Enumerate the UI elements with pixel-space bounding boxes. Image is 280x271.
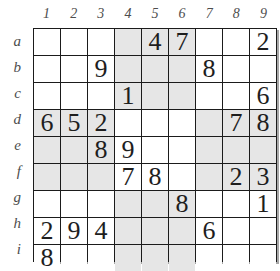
- row-label-b: b: [0, 54, 30, 80]
- cell-g3[interactable]: [88, 191, 114, 217]
- cell-e7[interactable]: [196, 137, 222, 163]
- cell-i8[interactable]: [223, 245, 249, 271]
- cell-f3[interactable]: [88, 164, 114, 190]
- cell-c7[interactable]: [196, 83, 222, 109]
- cell-e6[interactable]: [169, 137, 195, 163]
- cell-h8[interactable]: [223, 218, 249, 244]
- cell-d3[interactable]: 2: [88, 110, 114, 136]
- column-labels: 123456789: [33, 2, 277, 26]
- cell-b3[interactable]: 9: [88, 56, 114, 82]
- row-label-e: e: [0, 132, 30, 158]
- cell-h2[interactable]: 9: [61, 218, 87, 244]
- cell-d6[interactable]: [169, 110, 195, 136]
- cell-a3[interactable]: [88, 29, 114, 55]
- column-label-9: 9: [250, 2, 277, 26]
- cell-a8[interactable]: [223, 29, 249, 55]
- cell-g6[interactable]: 8: [169, 191, 195, 217]
- cell-a4[interactable]: [115, 29, 141, 55]
- cell-g4[interactable]: [115, 191, 141, 217]
- row-label-c: c: [0, 80, 30, 106]
- cell-e1[interactable]: [34, 137, 60, 163]
- column-label-1: 1: [33, 2, 60, 26]
- cell-d9[interactable]: 8: [250, 110, 276, 136]
- cell-e8[interactable]: [223, 137, 249, 163]
- cell-i3[interactable]: [88, 245, 114, 271]
- cell-c4[interactable]: 1: [115, 83, 141, 109]
- cell-d2[interactable]: 5: [61, 110, 87, 136]
- cell-f6[interactable]: [169, 164, 195, 190]
- cell-f7[interactable]: [196, 164, 222, 190]
- cell-d5[interactable]: [142, 110, 168, 136]
- cell-b9[interactable]: [250, 56, 276, 82]
- cell-e5[interactable]: [142, 137, 168, 163]
- cell-e3[interactable]: 8: [88, 137, 114, 163]
- cell-c6[interactable]: [169, 83, 195, 109]
- column-label-8: 8: [223, 2, 250, 26]
- column-label-7: 7: [196, 2, 223, 26]
- row-label-i: i: [0, 236, 30, 262]
- cell-i5[interactable]: [142, 245, 168, 271]
- cell-i7[interactable]: [196, 245, 222, 271]
- column-label-3: 3: [87, 2, 114, 26]
- cell-i4[interactable]: [115, 245, 141, 271]
- row-label-a: a: [0, 28, 30, 54]
- cell-c3[interactable]: [88, 83, 114, 109]
- cell-f9[interactable]: 3: [250, 164, 276, 190]
- column-label-5: 5: [141, 2, 168, 26]
- cell-c8[interactable]: [223, 83, 249, 109]
- cell-h7[interactable]: 6: [196, 218, 222, 244]
- cell-c1[interactable]: [34, 83, 60, 109]
- cell-a5[interactable]: 4: [142, 29, 168, 55]
- cell-h5[interactable]: [142, 218, 168, 244]
- cell-e9[interactable]: [250, 137, 276, 163]
- row-labels: abcdefghi: [0, 28, 30, 262]
- column-label-4: 4: [114, 2, 141, 26]
- sudoku-board: 4729816652788978238129468: [33, 28, 277, 262]
- cell-h4[interactable]: [115, 218, 141, 244]
- cell-b4[interactable]: [115, 56, 141, 82]
- cell-a6[interactable]: 7: [169, 29, 195, 55]
- cell-i2[interactable]: [61, 245, 87, 271]
- row-label-g: g: [0, 184, 30, 210]
- cell-b5[interactable]: [142, 56, 168, 82]
- cell-h6[interactable]: [169, 218, 195, 244]
- cell-b1[interactable]: [34, 56, 60, 82]
- cell-i6[interactable]: [169, 245, 195, 271]
- cell-h3[interactable]: 4: [88, 218, 114, 244]
- cell-d1[interactable]: 6: [34, 110, 60, 136]
- cell-f2[interactable]: [61, 164, 87, 190]
- cell-d4[interactable]: [115, 110, 141, 136]
- cell-b7[interactable]: 8: [196, 56, 222, 82]
- cell-c9[interactable]: 6: [250, 83, 276, 109]
- cell-g9[interactable]: 1: [250, 191, 276, 217]
- column-label-6: 6: [169, 2, 196, 26]
- cell-a2[interactable]: [61, 29, 87, 55]
- cell-e2[interactable]: [61, 137, 87, 163]
- cell-i1[interactable]: 8: [34, 245, 60, 271]
- cell-d8[interactable]: 7: [223, 110, 249, 136]
- cell-a1[interactable]: [34, 29, 60, 55]
- cell-e4[interactable]: 9: [115, 137, 141, 163]
- cell-c2[interactable]: [61, 83, 87, 109]
- cell-f4[interactable]: 7: [115, 164, 141, 190]
- cell-d7[interactable]: [196, 110, 222, 136]
- cell-h9[interactable]: [250, 218, 276, 244]
- cell-g7[interactable]: [196, 191, 222, 217]
- row-label-h: h: [0, 210, 30, 236]
- sudoku-diagram: 123456789 abcdefghi 47298166527889782381…: [0, 0, 280, 271]
- cell-b6[interactable]: [169, 56, 195, 82]
- cell-g2[interactable]: [61, 191, 87, 217]
- cell-b2[interactable]: [61, 56, 87, 82]
- cell-g1[interactable]: [34, 191, 60, 217]
- cell-b8[interactable]: [223, 56, 249, 82]
- cell-g5[interactable]: [142, 191, 168, 217]
- cell-g8[interactable]: [223, 191, 249, 217]
- row-label-d: d: [0, 106, 30, 132]
- cell-f5[interactable]: 8: [142, 164, 168, 190]
- cell-i9[interactable]: [250, 245, 276, 271]
- column-label-2: 2: [60, 2, 87, 26]
- cell-f8[interactable]: 2: [223, 164, 249, 190]
- cell-f1[interactable]: [34, 164, 60, 190]
- row-label-f: f: [0, 158, 30, 184]
- cell-a9[interactable]: 2: [250, 29, 276, 55]
- cell-h1[interactable]: 2: [34, 218, 60, 244]
- cell-c5[interactable]: [142, 83, 168, 109]
- cell-a7[interactable]: [196, 29, 222, 55]
